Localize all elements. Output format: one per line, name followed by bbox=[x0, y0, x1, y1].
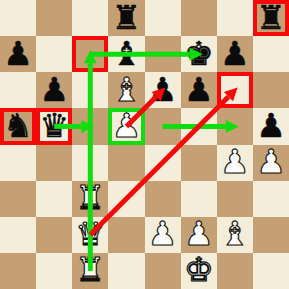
square-g4[interactable]: ♟ bbox=[217, 145, 253, 181]
square-e8[interactable] bbox=[145, 0, 181, 36]
square-h1[interactable] bbox=[253, 253, 289, 289]
square-h5[interactable]: ♟ bbox=[253, 108, 289, 144]
square-c3[interactable]: ♜ bbox=[72, 181, 108, 217]
square-a8[interactable] bbox=[0, 0, 36, 36]
square-d3[interactable] bbox=[108, 181, 144, 217]
square-c1[interactable]: ♜ bbox=[72, 253, 108, 289]
square-a3[interactable] bbox=[0, 181, 36, 217]
square-e6[interactable]: ♟ bbox=[145, 72, 181, 108]
square-b7[interactable] bbox=[36, 36, 72, 72]
square-h2[interactable] bbox=[253, 217, 289, 253]
square-g7[interactable]: ♟ bbox=[217, 36, 253, 72]
piece-white-pawn[interactable]: ♟ bbox=[184, 217, 214, 250]
piece-black-bishop[interactable]: ♝ bbox=[112, 37, 142, 70]
piece-black-pawn[interactable]: ♟ bbox=[39, 73, 69, 106]
square-g1[interactable] bbox=[217, 253, 253, 289]
square-c6[interactable] bbox=[72, 72, 108, 108]
square-c4[interactable] bbox=[72, 145, 108, 181]
piece-white-rook[interactable]: ♜ bbox=[76, 181, 106, 214]
square-d5[interactable]: ♟ bbox=[108, 108, 144, 144]
piece-black-pawn[interactable]: ♟ bbox=[3, 37, 33, 70]
chess-board[interactable]: ♜♜♟♝♚♟♟♝♟♟♞♛♟♟♟♟♜♛♟♟♝♜♚ bbox=[0, 0, 289, 289]
square-g8[interactable] bbox=[217, 0, 253, 36]
square-b6[interactable]: ♟ bbox=[36, 72, 72, 108]
square-g6[interactable] bbox=[217, 72, 253, 108]
square-h4[interactable]: ♟ bbox=[253, 145, 289, 181]
square-f6[interactable]: ♟ bbox=[181, 72, 217, 108]
square-a2[interactable] bbox=[0, 217, 36, 253]
square-b1[interactable] bbox=[36, 253, 72, 289]
piece-white-king[interactable]: ♚ bbox=[184, 253, 214, 286]
square-h8[interactable]: ♜ bbox=[253, 0, 289, 36]
square-d4[interactable] bbox=[108, 145, 144, 181]
square-a5[interactable]: ♞ bbox=[0, 108, 36, 144]
square-f1[interactable]: ♚ bbox=[181, 253, 217, 289]
square-d7[interactable]: ♝ bbox=[108, 36, 144, 72]
square-e3[interactable] bbox=[145, 181, 181, 217]
square-e1[interactable] bbox=[145, 253, 181, 289]
piece-white-bishop[interactable]: ♝ bbox=[112, 73, 142, 106]
square-f2[interactable]: ♟ bbox=[181, 217, 217, 253]
piece-black-rook[interactable]: ♜ bbox=[256, 1, 286, 34]
square-f3[interactable] bbox=[181, 181, 217, 217]
square-a4[interactable] bbox=[0, 145, 36, 181]
square-b5[interactable]: ♛ bbox=[36, 108, 72, 144]
piece-white-bishop[interactable]: ♝ bbox=[220, 217, 250, 250]
square-c5[interactable] bbox=[72, 108, 108, 144]
square-a6[interactable] bbox=[0, 72, 36, 108]
square-e4[interactable] bbox=[145, 145, 181, 181]
piece-black-rook[interactable]: ♜ bbox=[112, 1, 142, 34]
square-f5[interactable] bbox=[181, 108, 217, 144]
piece-white-pawn[interactable]: ♟ bbox=[256, 145, 286, 178]
square-b4[interactable] bbox=[36, 145, 72, 181]
square-c2[interactable]: ♛ bbox=[72, 217, 108, 253]
piece-black-pawn[interactable]: ♟ bbox=[148, 73, 178, 106]
piece-black-knight[interactable]: ♞ bbox=[3, 109, 33, 142]
square-g3[interactable] bbox=[217, 181, 253, 217]
square-a1[interactable] bbox=[0, 253, 36, 289]
square-c8[interactable] bbox=[72, 0, 108, 36]
square-h7[interactable] bbox=[253, 36, 289, 72]
piece-white-pawn[interactable]: ♟ bbox=[220, 145, 250, 178]
square-f8[interactable] bbox=[181, 0, 217, 36]
piece-black-king[interactable]: ♚ bbox=[184, 37, 214, 70]
piece-black-pawn[interactable]: ♟ bbox=[184, 73, 214, 106]
square-d6[interactable]: ♝ bbox=[108, 72, 144, 108]
square-a7[interactable]: ♟ bbox=[0, 36, 36, 72]
square-c7[interactable] bbox=[72, 36, 108, 72]
square-e7[interactable] bbox=[145, 36, 181, 72]
square-h6[interactable] bbox=[253, 72, 289, 108]
piece-white-rook[interactable]: ♜ bbox=[76, 253, 106, 286]
square-b8[interactable] bbox=[36, 0, 72, 36]
square-d8[interactable]: ♜ bbox=[108, 0, 144, 36]
square-b3[interactable] bbox=[36, 181, 72, 217]
square-g5[interactable] bbox=[217, 108, 253, 144]
square-f7[interactable]: ♚ bbox=[181, 36, 217, 72]
square-e2[interactable]: ♟ bbox=[145, 217, 181, 253]
piece-white-queen[interactable]: ♛ bbox=[76, 217, 106, 250]
square-b2[interactable] bbox=[36, 217, 72, 253]
piece-black-queen[interactable]: ♛ bbox=[39, 109, 69, 142]
square-d1[interactable] bbox=[108, 253, 144, 289]
chess-board-app: ♜♜♟♝♚♟♟♝♟♟♞♛♟♟♟♟♜♛♟♟♝♜♚ bbox=[0, 0, 289, 289]
piece-white-pawn[interactable]: ♟ bbox=[112, 109, 142, 142]
square-d2[interactable] bbox=[108, 217, 144, 253]
piece-black-pawn[interactable]: ♟ bbox=[220, 37, 250, 70]
square-e5[interactable] bbox=[145, 108, 181, 144]
square-f4[interactable] bbox=[181, 145, 217, 181]
piece-black-pawn[interactable]: ♟ bbox=[256, 109, 286, 142]
piece-white-pawn[interactable]: ♟ bbox=[148, 217, 178, 250]
square-h3[interactable] bbox=[253, 181, 289, 217]
square-g2[interactable]: ♝ bbox=[217, 217, 253, 253]
